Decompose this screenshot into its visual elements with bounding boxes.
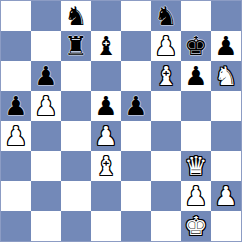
square-d1[interactable]: [91, 211, 121, 241]
black-rook-icon: ♜: [64, 31, 87, 61]
square-a5[interactable]: ♟: [1, 91, 31, 121]
white-queen-icon: ♛: [184, 151, 207, 181]
square-d5[interactable]: ♟: [91, 91, 121, 121]
black-pawn-icon: ♟: [4, 91, 27, 121]
square-c1[interactable]: [61, 211, 91, 241]
square-a6[interactable]: [1, 61, 31, 91]
white-bishop-icon: ♝: [94, 151, 117, 181]
black-pawn-icon: ♟: [34, 61, 57, 91]
square-f8[interactable]: ♞: [151, 1, 181, 31]
square-a8[interactable]: [1, 1, 31, 31]
white-pawn-icon: ♟: [154, 31, 177, 61]
white-pawn-icon: ♟: [4, 121, 27, 151]
square-e6[interactable]: [121, 61, 151, 91]
square-b8[interactable]: [31, 1, 61, 31]
white-pawn-icon: ♟: [34, 91, 57, 121]
square-a1[interactable]: [1, 211, 31, 241]
square-b5[interactable]: ♟: [31, 91, 61, 121]
black-king-icon: ♚: [184, 31, 207, 61]
square-f7[interactable]: ♟: [151, 31, 181, 61]
square-h4[interactable]: [211, 121, 241, 151]
square-h7[interactable]: ♟: [211, 31, 241, 61]
square-d6[interactable]: [91, 61, 121, 91]
square-d8[interactable]: [91, 1, 121, 31]
square-e1[interactable]: [121, 211, 151, 241]
white-pawn-icon: ♟: [94, 121, 117, 151]
square-c3[interactable]: [61, 151, 91, 181]
square-e2[interactable]: [121, 181, 151, 211]
square-h8[interactable]: [211, 1, 241, 31]
square-c6[interactable]: [61, 61, 91, 91]
square-h5[interactable]: [211, 91, 241, 121]
black-pawn-icon: ♟: [94, 91, 117, 121]
square-a7[interactable]: [1, 31, 31, 61]
square-c5[interactable]: [61, 91, 91, 121]
square-e4[interactable]: [121, 121, 151, 151]
square-b4[interactable]: [31, 121, 61, 151]
white-king-icon: ♚: [184, 211, 207, 241]
black-pawn-icon: ♟: [214, 31, 237, 61]
square-e5[interactable]: ♟: [121, 91, 151, 121]
square-f6[interactable]: ♝: [151, 61, 181, 91]
square-a3[interactable]: [1, 151, 31, 181]
square-c2[interactable]: [61, 181, 91, 211]
square-g2[interactable]: ♟: [181, 181, 211, 211]
square-f1[interactable]: [151, 211, 181, 241]
square-g3[interactable]: ♛: [181, 151, 211, 181]
chess-board: ♞♞♜♝♟♚♟♟♝♟♞♟♟♟♟♟♟♝♛♟♟♚: [0, 0, 242, 242]
square-f3[interactable]: [151, 151, 181, 181]
square-b2[interactable]: [31, 181, 61, 211]
square-e7[interactable]: [121, 31, 151, 61]
square-g1[interactable]: ♚: [181, 211, 211, 241]
square-a2[interactable]: [1, 181, 31, 211]
square-b3[interactable]: [31, 151, 61, 181]
square-g4[interactable]: [181, 121, 211, 151]
white-bishop-icon: ♝: [154, 61, 177, 91]
black-pawn-icon: ♟: [124, 91, 147, 121]
white-pawn-icon: ♟: [214, 181, 237, 211]
square-g6[interactable]: ♟: [181, 61, 211, 91]
square-e8[interactable]: [121, 1, 151, 31]
square-e3[interactable]: [121, 151, 151, 181]
white-pawn-icon: ♟: [184, 181, 207, 211]
square-h6[interactable]: ♞: [211, 61, 241, 91]
square-b7[interactable]: [31, 31, 61, 61]
square-h2[interactable]: ♟: [211, 181, 241, 211]
white-knight-icon: ♞: [214, 61, 237, 91]
square-f5[interactable]: [151, 91, 181, 121]
black-bishop-icon: ♝: [94, 31, 117, 61]
square-h3[interactable]: [211, 151, 241, 181]
square-d4[interactable]: ♟: [91, 121, 121, 151]
black-knight-icon: ♞: [64, 1, 87, 31]
square-d7[interactable]: ♝: [91, 31, 121, 61]
square-a4[interactable]: ♟: [1, 121, 31, 151]
square-g7[interactable]: ♚: [181, 31, 211, 61]
square-c4[interactable]: [61, 121, 91, 151]
square-b1[interactable]: [31, 211, 61, 241]
square-g5[interactable]: [181, 91, 211, 121]
square-g8[interactable]: [181, 1, 211, 31]
square-h1[interactable]: [211, 211, 241, 241]
square-f4[interactable]: [151, 121, 181, 151]
square-f2[interactable]: [151, 181, 181, 211]
square-c7[interactable]: ♜: [61, 31, 91, 61]
black-knight-icon: ♞: [154, 1, 177, 31]
square-b6[interactable]: ♟: [31, 61, 61, 91]
square-c8[interactable]: ♞: [61, 1, 91, 31]
square-d2[interactable]: [91, 181, 121, 211]
square-d3[interactable]: ♝: [91, 151, 121, 181]
black-pawn-icon: ♟: [184, 61, 207, 91]
